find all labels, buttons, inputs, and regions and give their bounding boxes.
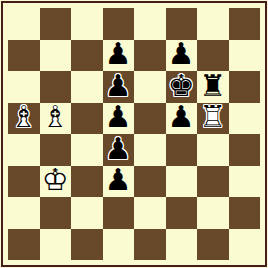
square-a7[interactable] (8, 40, 40, 72)
square-e2[interactable] (134, 197, 166, 229)
square-e3[interactable] (134, 166, 166, 198)
square-c5[interactable] (71, 103, 103, 135)
square-e6[interactable] (134, 71, 166, 103)
piece-white-bishop: ♝♗ (8, 103, 40, 135)
square-b6[interactable] (40, 71, 72, 103)
square-g3[interactable] (197, 166, 229, 198)
square-b5[interactable]: ♝♗ (40, 103, 72, 135)
piece-black-pawn: ♟ (103, 166, 135, 198)
square-c4[interactable] (71, 134, 103, 166)
piece-white-rook: ♜♖ (197, 103, 229, 135)
square-c3[interactable] (71, 166, 103, 198)
white-bishop-outline-icon: ♗ (8, 103, 40, 135)
square-g1[interactable] (197, 229, 229, 261)
piece-black-pawn: ♟ (103, 40, 135, 72)
square-d2[interactable] (103, 197, 135, 229)
square-d1[interactable] (103, 229, 135, 261)
white-bishop-outline-icon: ♗ (40, 103, 72, 135)
piece-black-pawn: ♟ (103, 71, 135, 103)
square-a6[interactable] (8, 71, 40, 103)
square-h8[interactable] (229, 8, 261, 40)
square-d4[interactable]: ♟ (103, 134, 135, 166)
square-a3[interactable] (8, 166, 40, 198)
black-pawn-icon: ♟ (166, 103, 198, 135)
square-g7[interactable] (197, 40, 229, 72)
square-f1[interactable] (166, 229, 198, 261)
square-f8[interactable] (166, 8, 198, 40)
square-b2[interactable] (40, 197, 72, 229)
square-a5[interactable]: ♝♗ (8, 103, 40, 135)
square-b8[interactable] (40, 8, 72, 40)
black-pawn-icon: ♟ (103, 103, 135, 135)
piece-black-pawn: ♟ (103, 134, 135, 166)
square-d8[interactable] (103, 8, 135, 40)
square-f3[interactable] (166, 166, 198, 198)
square-a8[interactable] (8, 8, 40, 40)
board-frame: ♟♟♟♚♜♝♗♝♗♟♟♜♖♟♚♔♟ (1, 1, 267, 267)
square-f6[interactable]: ♚ (166, 71, 198, 103)
black-pawn-icon: ♟ (103, 71, 135, 103)
piece-black-pawn: ♟ (166, 103, 198, 135)
square-g4[interactable] (197, 134, 229, 166)
square-h3[interactable] (229, 166, 261, 198)
square-e7[interactable] (134, 40, 166, 72)
square-g8[interactable] (197, 8, 229, 40)
square-h6[interactable] (229, 71, 261, 103)
square-c8[interactable] (71, 8, 103, 40)
chess-diagram: ♟♟♟♚♜♝♗♝♗♟♟♜♖♟♚♔♟ (0, 0, 268, 268)
square-b1[interactable] (40, 229, 72, 261)
square-b7[interactable] (40, 40, 72, 72)
square-f7[interactable]: ♟ (166, 40, 198, 72)
square-d6[interactable]: ♟ (103, 71, 135, 103)
square-h1[interactable] (229, 229, 261, 261)
piece-white-bishop: ♝♗ (40, 103, 72, 135)
square-a2[interactable] (8, 197, 40, 229)
square-b4[interactable] (40, 134, 72, 166)
square-f2[interactable] (166, 197, 198, 229)
square-e4[interactable] (134, 134, 166, 166)
white-king-outline-icon: ♔ (40, 166, 72, 198)
square-g2[interactable] (197, 197, 229, 229)
square-d3[interactable]: ♟ (103, 166, 135, 198)
piece-black-rook: ♜ (197, 71, 229, 103)
square-g5[interactable]: ♜♖ (197, 103, 229, 135)
piece-black-pawn: ♟ (103, 103, 135, 135)
piece-white-king: ♚♔ (40, 166, 72, 198)
square-a4[interactable] (8, 134, 40, 166)
square-d7[interactable]: ♟ (103, 40, 135, 72)
square-c2[interactable] (71, 197, 103, 229)
chess-board: ♟♟♟♚♜♝♗♝♗♟♟♜♖♟♚♔♟ (8, 8, 260, 260)
square-f5[interactable]: ♟ (166, 103, 198, 135)
black-pawn-icon: ♟ (103, 166, 135, 198)
square-d5[interactable]: ♟ (103, 103, 135, 135)
square-c1[interactable] (71, 229, 103, 261)
piece-black-king: ♚ (166, 71, 198, 103)
black-pawn-icon: ♟ (103, 40, 135, 72)
piece-black-pawn: ♟ (166, 40, 198, 72)
black-rook-icon: ♜ (197, 71, 229, 103)
square-h7[interactable] (229, 40, 261, 72)
black-king-icon: ♚ (166, 71, 198, 103)
square-h2[interactable] (229, 197, 261, 229)
square-g6[interactable]: ♜ (197, 71, 229, 103)
square-h4[interactable] (229, 134, 261, 166)
square-h5[interactable] (229, 103, 261, 135)
black-pawn-icon: ♟ (166, 40, 198, 72)
square-e1[interactable] (134, 229, 166, 261)
square-b3[interactable]: ♚♔ (40, 166, 72, 198)
square-a1[interactable] (8, 229, 40, 261)
black-pawn-icon: ♟ (103, 134, 135, 166)
square-c7[interactable] (71, 40, 103, 72)
white-rook-outline-icon: ♖ (197, 103, 229, 135)
square-c6[interactable] (71, 71, 103, 103)
square-f4[interactable] (166, 134, 198, 166)
square-e8[interactable] (134, 8, 166, 40)
square-e5[interactable] (134, 103, 166, 135)
